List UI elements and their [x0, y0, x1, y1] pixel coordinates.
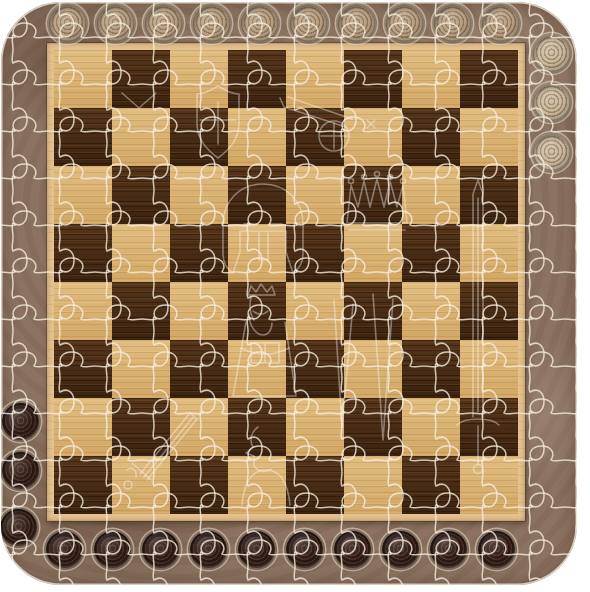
square-a1[interactable] [54, 456, 112, 514]
square-h1[interactable] [460, 456, 518, 514]
square-h7[interactable] [460, 108, 518, 166]
square-d5[interactable] [228, 224, 286, 282]
puzzle-frame [1, 2, 577, 585]
square-f2[interactable] [344, 398, 402, 456]
square-f5[interactable] [344, 224, 402, 282]
light-checker-piece[interactable] [386, 5, 423, 42]
square-f8[interactable] [344, 50, 402, 108]
square-b1[interactable] [112, 456, 170, 514]
square-h4[interactable] [460, 282, 518, 340]
square-e5[interactable] [286, 224, 344, 282]
dark-checker-piece[interactable] [334, 531, 371, 568]
square-h3[interactable] [460, 340, 518, 398]
square-h8[interactable] [460, 50, 518, 108]
dark-checker-piece[interactable] [2, 403, 39, 440]
square-e2[interactable] [286, 398, 344, 456]
square-g7[interactable] [402, 108, 460, 166]
dark-checker-piece[interactable] [142, 531, 179, 568]
square-e1[interactable] [286, 456, 344, 514]
square-a3[interactable] [54, 340, 112, 398]
square-d7[interactable] [228, 108, 286, 166]
square-c7[interactable] [170, 108, 228, 166]
square-c2[interactable] [170, 398, 228, 456]
square-a4[interactable] [54, 282, 112, 340]
square-g4[interactable] [402, 282, 460, 340]
square-a8[interactable] [54, 50, 112, 108]
dark-checker-piece[interactable] [2, 452, 39, 489]
square-b3[interactable] [112, 340, 170, 398]
square-g3[interactable] [402, 340, 460, 398]
square-e6[interactable] [286, 166, 344, 224]
light-checker-piece[interactable] [241, 5, 278, 42]
light-checker-piece[interactable] [338, 5, 375, 42]
square-e7[interactable] [286, 108, 344, 166]
square-b7[interactable] [112, 108, 170, 166]
dark-checker-piece[interactable] [382, 531, 419, 568]
square-c5[interactable] [170, 224, 228, 282]
square-f1[interactable] [344, 456, 402, 514]
square-b2[interactable] [112, 398, 170, 456]
square-g5[interactable] [402, 224, 460, 282]
dark-checker-piece[interactable] [478, 531, 515, 568]
dark-checker-piece[interactable] [94, 531, 131, 568]
square-g1[interactable] [402, 456, 460, 514]
square-a7[interactable] [54, 108, 112, 166]
square-d3[interactable] [228, 340, 286, 398]
square-d8[interactable] [228, 50, 286, 108]
dark-checker-piece[interactable] [46, 531, 83, 568]
square-g8[interactable] [402, 50, 460, 108]
light-checker-piece[interactable] [193, 5, 230, 42]
dark-checker-piece[interactable] [1, 509, 37, 546]
square-f6[interactable] [344, 166, 402, 224]
light-checker-piece[interactable] [533, 84, 570, 121]
square-c1[interactable] [170, 456, 228, 514]
puzzle-screenshot: { "game": "checkers (draughts) on a deco… [0, 0, 590, 592]
light-checker-piece[interactable] [482, 5, 519, 42]
square-e4[interactable] [286, 282, 344, 340]
light-checker-piece[interactable] [145, 5, 182, 42]
square-d4[interactable] [228, 282, 286, 340]
square-f3[interactable] [344, 340, 402, 398]
square-d6[interactable] [228, 166, 286, 224]
square-d1[interactable] [228, 456, 286, 514]
square-b6[interactable] [112, 166, 170, 224]
dark-checker-piece[interactable] [286, 531, 323, 568]
square-d2[interactable] [228, 398, 286, 456]
light-checker-piece[interactable] [533, 35, 570, 72]
square-c3[interactable] [170, 340, 228, 398]
square-a5[interactable] [54, 224, 112, 282]
light-checker-piece[interactable] [434, 5, 471, 42]
chessboard [47, 43, 525, 521]
square-h5[interactable] [460, 224, 518, 282]
dark-checker-piece[interactable] [190, 531, 227, 568]
square-c4[interactable] [170, 282, 228, 340]
light-checker-piece[interactable] [97, 5, 134, 42]
square-c6[interactable] [170, 166, 228, 224]
dark-checker-piece[interactable] [430, 531, 467, 568]
dark-checker-piece[interactable] [238, 531, 275, 568]
square-h6[interactable] [460, 166, 518, 224]
square-a2[interactable] [54, 398, 112, 456]
board-grid [54, 50, 518, 514]
square-e8[interactable] [286, 50, 344, 108]
light-checker-piece[interactable] [290, 5, 327, 42]
light-checker-piece[interactable] [49, 5, 86, 42]
square-h2[interactable] [460, 398, 518, 456]
square-g6[interactable] [402, 166, 460, 224]
square-a6[interactable] [54, 166, 112, 224]
square-f7[interactable] [344, 108, 402, 166]
light-checker-piece[interactable] [533, 134, 570, 171]
square-e3[interactable] [286, 340, 344, 398]
square-b4[interactable] [112, 282, 170, 340]
square-b8[interactable] [112, 50, 170, 108]
square-b5[interactable] [112, 224, 170, 282]
square-g2[interactable] [402, 398, 460, 456]
square-f4[interactable] [344, 282, 402, 340]
square-c8[interactable] [170, 50, 228, 108]
